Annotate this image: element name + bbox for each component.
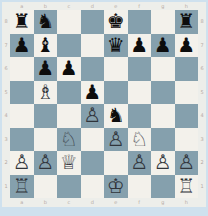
- file-label-c: c: [57, 2, 81, 10]
- file-label-c: c: [57, 198, 81, 207]
- square-d1[interactable]: [81, 175, 105, 199]
- square-e7[interactable]: ♛: [104, 34, 128, 58]
- square-e1[interactable]: ♔: [104, 175, 128, 199]
- piece-black-knight-b8: ♞: [34, 10, 58, 34]
- file-label-h: h: [175, 198, 199, 207]
- square-a3[interactable]: [10, 128, 34, 152]
- piece-white-knight-f3: ♘: [128, 128, 152, 152]
- file-label-d: d: [81, 2, 105, 10]
- square-a2[interactable]: ♙: [10, 151, 34, 175]
- square-a8[interactable]: ♜: [10, 10, 34, 34]
- square-d8[interactable]: [81, 10, 105, 34]
- file-label-a: a: [10, 198, 34, 207]
- square-a6[interactable]: [10, 57, 34, 81]
- piece-white-pawn-g2: ♙: [151, 151, 175, 175]
- piece-white-king-e1: ♔: [104, 175, 128, 199]
- square-b3[interactable]: [34, 128, 58, 152]
- file-label-f: f: [128, 2, 152, 10]
- rank-label-3: 3: [198, 128, 206, 152]
- piece-black-queen-e7: ♛: [104, 34, 128, 58]
- rank-label-4: 4: [2, 104, 10, 128]
- rank-label-1: 1: [198, 175, 206, 199]
- piece-white-pawn-b2: ♙: [34, 151, 58, 175]
- square-b7[interactable]: ♝: [34, 34, 58, 58]
- rank-label-2: 2: [2, 151, 10, 175]
- piece-white-pawn-h2: ♙: [175, 151, 199, 175]
- square-b2[interactable]: ♙: [34, 151, 58, 175]
- square-g3[interactable]: [151, 128, 175, 152]
- square-h7[interactable]: ♟: [175, 34, 199, 58]
- rank-label-7: 7: [198, 34, 206, 58]
- piece-black-pawn-a7: ♟: [10, 34, 34, 58]
- piece-black-pawn-h7: ♟: [175, 34, 199, 58]
- piece-black-knight-e4: ♞: [104, 104, 128, 128]
- chessboard: ♜♞♚♜♟♝♛♟♟♟♟♟♗♟♙♞♘♙♘♙♙♕♙♙♙♖♔♖: [10, 10, 198, 198]
- board-frame: abcdefgh abcdefgh 87654321 87654321 ♜♞♚♜…: [2, 2, 206, 207]
- square-f5[interactable]: [128, 81, 152, 105]
- square-b8[interactable]: ♞: [34, 10, 58, 34]
- square-g2[interactable]: ♙: [151, 151, 175, 175]
- square-c4[interactable]: [57, 104, 81, 128]
- square-h4[interactable]: [175, 104, 199, 128]
- file-label-b: b: [34, 198, 58, 207]
- square-b1[interactable]: [34, 175, 58, 199]
- square-c2[interactable]: ♕: [57, 151, 81, 175]
- square-e5[interactable]: [104, 81, 128, 105]
- square-h2[interactable]: ♙: [175, 151, 199, 175]
- square-a1[interactable]: ♖: [10, 175, 34, 199]
- square-g4[interactable]: [151, 104, 175, 128]
- square-g6[interactable]: [151, 57, 175, 81]
- square-d2[interactable]: [81, 151, 105, 175]
- piece-black-pawn-d5: ♟: [81, 81, 105, 105]
- file-label-d: d: [81, 198, 105, 207]
- square-d4[interactable]: ♙: [81, 104, 105, 128]
- rank-label-2: 2: [198, 151, 206, 175]
- rank-label-7: 7: [2, 34, 10, 58]
- piece-white-pawn-e3: ♙: [104, 128, 128, 152]
- rank-labels-left: 87654321: [2, 10, 10, 198]
- square-d7[interactable]: [81, 34, 105, 58]
- chess-diagram: abcdefgh abcdefgh 87654321 87654321 ♜♞♚♜…: [0, 0, 208, 216]
- square-e3[interactable]: ♙: [104, 128, 128, 152]
- piece-black-rook-h8: ♜: [175, 10, 199, 34]
- rank-label-4: 4: [198, 104, 206, 128]
- square-f2[interactable]: ♙: [128, 151, 152, 175]
- file-label-e: e: [104, 198, 128, 207]
- piece-black-pawn-b6: ♟: [34, 57, 58, 81]
- square-a4[interactable]: [10, 104, 34, 128]
- square-f7[interactable]: ♟: [128, 34, 152, 58]
- piece-white-queen-c2: ♕: [57, 151, 81, 175]
- square-h5[interactable]: [175, 81, 199, 105]
- piece-black-king-e8: ♚: [104, 10, 128, 34]
- rank-label-8: 8: [2, 10, 10, 34]
- piece-white-rook-h1: ♖: [175, 175, 199, 199]
- square-b5[interactable]: ♗: [34, 81, 58, 105]
- square-g7[interactable]: ♟: [151, 34, 175, 58]
- square-g5[interactable]: [151, 81, 175, 105]
- rank-label-6: 6: [2, 57, 10, 81]
- piece-white-knight-c3: ♘: [57, 128, 81, 152]
- square-f8[interactable]: [128, 10, 152, 34]
- square-e2[interactable]: [104, 151, 128, 175]
- square-e8[interactable]: ♚: [104, 10, 128, 34]
- square-h6[interactable]: [175, 57, 199, 81]
- piece-white-pawn-a2: ♙: [10, 151, 34, 175]
- rank-label-5: 5: [198, 81, 206, 105]
- file-label-g: g: [151, 2, 175, 10]
- square-d5[interactable]: ♟: [81, 81, 105, 105]
- piece-black-bishop-b7: ♝: [34, 34, 58, 58]
- square-f1[interactable]: [128, 175, 152, 199]
- piece-black-pawn-c6: ♟: [57, 57, 81, 81]
- square-a7[interactable]: ♟: [10, 34, 34, 58]
- square-h1[interactable]: ♖: [175, 175, 199, 199]
- square-f4[interactable]: [128, 104, 152, 128]
- square-b4[interactable]: [34, 104, 58, 128]
- square-c7[interactable]: [57, 34, 81, 58]
- square-a5[interactable]: [10, 81, 34, 105]
- piece-black-pawn-f7: ♟: [128, 34, 152, 58]
- piece-black-rook-a8: ♜: [10, 10, 34, 34]
- square-c8[interactable]: [57, 10, 81, 34]
- square-c1[interactable]: [57, 175, 81, 199]
- square-g1[interactable]: [151, 175, 175, 199]
- square-c3[interactable]: ♘: [57, 128, 81, 152]
- square-f3[interactable]: ♘: [128, 128, 152, 152]
- square-g8[interactable]: [151, 10, 175, 34]
- rank-label-8: 8: [198, 10, 206, 34]
- square-e6[interactable]: [104, 57, 128, 81]
- piece-white-bishop-b5: ♗: [34, 81, 58, 105]
- square-d3[interactable]: [81, 128, 105, 152]
- square-c5[interactable]: [57, 81, 81, 105]
- square-e4[interactable]: ♞: [104, 104, 128, 128]
- rank-labels-right: 87654321: [198, 10, 206, 198]
- file-label-f: f: [128, 198, 152, 207]
- piece-black-pawn-g7: ♟: [151, 34, 175, 58]
- piece-white-pawn-d4: ♙: [81, 104, 105, 128]
- square-b6[interactable]: ♟: [34, 57, 58, 81]
- rank-label-5: 5: [2, 81, 10, 105]
- square-c6[interactable]: ♟: [57, 57, 81, 81]
- rank-label-3: 3: [2, 128, 10, 152]
- square-h3[interactable]: [175, 128, 199, 152]
- file-labels-bottom: abcdefgh: [10, 198, 198, 207]
- square-h8[interactable]: ♜: [175, 10, 199, 34]
- piece-white-rook-a1: ♖: [10, 175, 34, 199]
- square-f6[interactable]: [128, 57, 152, 81]
- rank-label-1: 1: [2, 175, 10, 199]
- file-label-g: g: [151, 198, 175, 207]
- rank-label-6: 6: [198, 57, 206, 81]
- square-d6[interactable]: [81, 57, 105, 81]
- piece-white-pawn-f2: ♙: [128, 151, 152, 175]
